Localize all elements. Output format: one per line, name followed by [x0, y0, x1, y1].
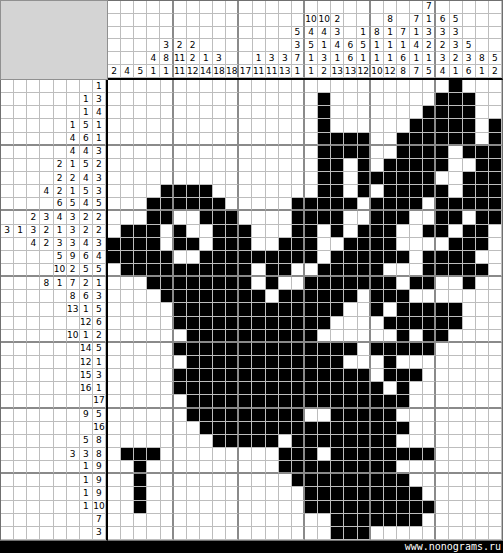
grid-cell-empty[interactable]: [344, 330, 357, 343]
grid-cell-empty[interactable]: [121, 185, 134, 198]
grid-cell-empty[interactable]: [252, 119, 265, 132]
grid-cell-empty[interactable]: [252, 225, 265, 238]
grid-cell-filled[interactable]: [147, 448, 160, 461]
grid-cell-empty[interactable]: [384, 133, 397, 146]
grid-cell-empty[interactable]: [410, 461, 423, 474]
grid-cell-empty[interactable]: [358, 80, 371, 93]
grid-cell-empty[interactable]: [292, 514, 305, 527]
grid-cell-empty[interactable]: [463, 356, 476, 369]
grid-cell-empty[interactable]: [476, 80, 489, 93]
grid-cell-empty[interactable]: [384, 527, 397, 540]
grid-cell-empty[interactable]: [200, 93, 213, 106]
grid-cell-empty[interactable]: [174, 395, 187, 408]
grid-cell-filled[interactable]: [213, 198, 226, 211]
grid-cell-filled[interactable]: [279, 395, 292, 408]
grid-cell-empty[interactable]: [174, 211, 187, 224]
grid-cell-empty[interactable]: [358, 211, 371, 224]
grid-cell-filled[interactable]: [489, 146, 502, 159]
grid-cell-empty[interactable]: [161, 395, 174, 408]
grid-cell-empty[interactable]: [213, 106, 226, 119]
grid-cell-filled[interactable]: [344, 133, 357, 146]
grid-cell-empty[interactable]: [108, 369, 121, 382]
grid-cell-filled[interactable]: [410, 159, 423, 172]
grid-cell-empty[interactable]: [371, 369, 384, 382]
grid-cell-empty[interactable]: [279, 211, 292, 224]
grid-cell-empty[interactable]: [226, 487, 239, 500]
grid-cell-empty[interactable]: [108, 303, 121, 316]
grid-cell-empty[interactable]: [318, 251, 331, 264]
grid-cell-empty[interactable]: [436, 487, 449, 500]
grid-cell-filled[interactable]: [239, 225, 252, 238]
grid-cell-filled[interactable]: [371, 172, 384, 185]
grid-cell-empty[interactable]: [134, 317, 147, 330]
grid-cell-empty[interactable]: [449, 527, 462, 540]
grid-cell-empty[interactable]: [331, 317, 344, 330]
grid-cell-empty[interactable]: [489, 461, 502, 474]
grid-cell-empty[interactable]: [121, 330, 134, 343]
grid-cell-empty[interactable]: [476, 290, 489, 303]
grid-cell-empty[interactable]: [292, 106, 305, 119]
grid-cell-filled[interactable]: [384, 211, 397, 224]
grid-cell-empty[interactable]: [187, 448, 200, 461]
grid-cell-filled[interactable]: [134, 487, 147, 500]
grid-cell-filled[interactable]: [358, 172, 371, 185]
grid-cell-filled[interactable]: [226, 330, 239, 343]
grid-cell-filled[interactable]: [463, 238, 476, 251]
grid-cell-empty[interactable]: [252, 198, 265, 211]
grid-cell-filled[interactable]: [463, 106, 476, 119]
grid-cell-filled[interactable]: [449, 238, 462, 251]
grid-cell-empty[interactable]: [226, 93, 239, 106]
grid-cell-filled[interactable]: [292, 198, 305, 211]
grid-cell-filled[interactable]: [397, 185, 410, 198]
grid-cell-empty[interactable]: [318, 330, 331, 343]
grid-cell-empty[interactable]: [397, 225, 410, 238]
grid-cell-filled[interactable]: [423, 264, 436, 277]
grid-cell-empty[interactable]: [161, 369, 174, 382]
grid-cell-empty[interactable]: [463, 80, 476, 93]
grid-cell-filled[interactable]: [226, 225, 239, 238]
grid-cell-filled[interactable]: [174, 185, 187, 198]
grid-cell-empty[interactable]: [134, 303, 147, 316]
grid-cell-empty[interactable]: [279, 514, 292, 527]
grid-cell-filled[interactable]: [397, 395, 410, 408]
grid-cell-empty[interactable]: [121, 461, 134, 474]
grid-cell-empty[interactable]: [213, 448, 226, 461]
grid-cell-filled[interactable]: [423, 501, 436, 514]
grid-cell-empty[interactable]: [489, 93, 502, 106]
grid-cell-filled[interactable]: [292, 290, 305, 303]
grid-cell-filled[interactable]: [384, 435, 397, 448]
grid-cell-empty[interactable]: [279, 435, 292, 448]
grid-cell-empty[interactable]: [108, 225, 121, 238]
grid-cell-empty[interactable]: [371, 330, 384, 343]
grid-cell-empty[interactable]: [266, 461, 279, 474]
grid-cell-empty[interactable]: [161, 356, 174, 369]
grid-cell-empty[interactable]: [358, 343, 371, 356]
grid-cell-filled[interactable]: [384, 422, 397, 435]
grid-cell-empty[interactable]: [318, 514, 331, 527]
grid-cell-empty[interactable]: [489, 225, 502, 238]
grid-cell-empty[interactable]: [476, 277, 489, 290]
grid-cell-empty[interactable]: [305, 409, 318, 422]
grid-cell-filled[interactable]: [358, 527, 371, 540]
grid-cell-filled[interactable]: [318, 303, 331, 316]
grid-cell-empty[interactable]: [371, 527, 384, 540]
grid-cell-empty[interactable]: [134, 185, 147, 198]
grid-cell-filled[interactable]: [134, 225, 147, 238]
grid-cell-empty[interactable]: [108, 159, 121, 172]
grid-cell-empty[interactable]: [147, 119, 160, 132]
watermark-link[interactable]: www.nonograms.ru: [405, 542, 503, 552]
grid-cell-filled[interactable]: [187, 264, 200, 277]
grid-cell-filled[interactable]: [371, 251, 384, 264]
grid-cell-filled[interactable]: [279, 369, 292, 382]
grid-cell-filled[interactable]: [397, 369, 410, 382]
grid-cell-empty[interactable]: [423, 435, 436, 448]
grid-cell-filled[interactable]: [331, 409, 344, 422]
grid-cell-empty[interactable]: [147, 487, 160, 500]
grid-cell-filled[interactable]: [318, 159, 331, 172]
grid-cell-filled[interactable]: [292, 474, 305, 487]
grid-cell-empty[interactable]: [266, 211, 279, 224]
grid-cell-filled[interactable]: [213, 251, 226, 264]
grid-cell-empty[interactable]: [187, 487, 200, 500]
grid-cell-filled[interactable]: [213, 356, 226, 369]
grid-cell-filled[interactable]: [410, 185, 423, 198]
grid-cell-empty[interactable]: [239, 211, 252, 224]
grid-cell-filled[interactable]: [239, 382, 252, 395]
grid-cell-empty[interactable]: [410, 251, 423, 264]
grid-cell-empty[interactable]: [449, 159, 462, 172]
grid-cell-empty[interactable]: [239, 448, 252, 461]
grid-cell-filled[interactable]: [200, 317, 213, 330]
grid-cell-filled[interactable]: [476, 172, 489, 185]
grid-cell-empty[interactable]: [410, 474, 423, 487]
grid-cell-empty[interactable]: [476, 133, 489, 146]
grid-cell-empty[interactable]: [476, 422, 489, 435]
grid-cell-filled[interactable]: [200, 422, 213, 435]
grid-cell-empty[interactable]: [200, 80, 213, 93]
grid-cell-filled[interactable]: [279, 251, 292, 264]
grid-cell-empty[interactable]: [108, 290, 121, 303]
grid-cell-empty[interactable]: [344, 159, 357, 172]
grid-cell-empty[interactable]: [174, 501, 187, 514]
grid-cell-empty[interactable]: [187, 461, 200, 474]
grid-cell-empty[interactable]: [252, 461, 265, 474]
grid-cell-empty[interactable]: [371, 159, 384, 172]
grid-cell-empty[interactable]: [423, 369, 436, 382]
grid-cell-filled[interactable]: [436, 185, 449, 198]
grid-cell-filled[interactable]: [147, 225, 160, 238]
grid-cell-filled[interactable]: [292, 238, 305, 251]
grid-cell-empty[interactable]: [423, 290, 436, 303]
grid-cell-filled[interactable]: [358, 133, 371, 146]
grid-cell-empty[interactable]: [436, 514, 449, 527]
grid-cell-filled[interactable]: [436, 119, 449, 132]
grid-cell-empty[interactable]: [489, 487, 502, 500]
grid-cell-empty[interactable]: [121, 80, 134, 93]
grid-cell-filled[interactable]: [305, 343, 318, 356]
grid-cell-empty[interactable]: [279, 119, 292, 132]
grid-cell-filled[interactable]: [213, 277, 226, 290]
grid-cell-empty[interactable]: [174, 146, 187, 159]
grid-cell-empty[interactable]: [134, 422, 147, 435]
grid-cell-filled[interactable]: [213, 290, 226, 303]
grid-cell-empty[interactable]: [200, 474, 213, 487]
grid-cell-empty[interactable]: [436, 422, 449, 435]
grid-cell-filled[interactable]: [436, 146, 449, 159]
grid-cell-empty[interactable]: [384, 303, 397, 316]
grid-cell-empty[interactable]: [279, 172, 292, 185]
grid-cell-empty[interactable]: [489, 343, 502, 356]
grid-cell-filled[interactable]: [252, 343, 265, 356]
grid-cell-filled[interactable]: [226, 369, 239, 382]
grid-cell-empty[interactable]: [449, 409, 462, 422]
grid-cell-empty[interactable]: [161, 172, 174, 185]
grid-cell-empty[interactable]: [252, 277, 265, 290]
grid-cell-empty[interactable]: [266, 487, 279, 500]
grid-cell-filled[interactable]: [239, 409, 252, 422]
grid-cell-empty[interactable]: [213, 119, 226, 132]
grid-cell-filled[interactable]: [344, 409, 357, 422]
grid-cell-empty[interactable]: [449, 225, 462, 238]
grid-cell-empty[interactable]: [436, 527, 449, 540]
grid-cell-empty[interactable]: [147, 461, 160, 474]
grid-cell-empty[interactable]: [489, 527, 502, 540]
grid-cell-filled[interactable]: [331, 395, 344, 408]
grid-cell-empty[interactable]: [134, 356, 147, 369]
grid-cell-filled[interactable]: [397, 317, 410, 330]
grid-cell-filled[interactable]: [331, 356, 344, 369]
grid-cell-empty[interactable]: [174, 356, 187, 369]
grid-cell-empty[interactable]: [121, 317, 134, 330]
grid-cell-empty[interactable]: [266, 198, 279, 211]
grid-cell-empty[interactable]: [121, 527, 134, 540]
grid-cell-filled[interactable]: [292, 356, 305, 369]
grid-cell-empty[interactable]: [476, 514, 489, 527]
grid-cell-empty[interactable]: [121, 474, 134, 487]
grid-cell-filled[interactable]: [358, 146, 371, 159]
grid-cell-filled[interactable]: [147, 198, 160, 211]
grid-cell-filled[interactable]: [371, 395, 384, 408]
grid-cell-filled[interactable]: [318, 185, 331, 198]
grid-cell-filled[interactable]: [449, 251, 462, 264]
grid-cell-empty[interactable]: [476, 106, 489, 119]
grid-cell-empty[interactable]: [292, 172, 305, 185]
grid-cell-filled[interactable]: [252, 290, 265, 303]
grid-cell-filled[interactable]: [292, 343, 305, 356]
grid-cell-empty[interactable]: [147, 133, 160, 146]
grid-cell-filled[interactable]: [226, 435, 239, 448]
grid-cell-empty[interactable]: [200, 238, 213, 251]
grid-cell-empty[interactable]: [489, 317, 502, 330]
grid-cell-empty[interactable]: [476, 527, 489, 540]
grid-cell-empty[interactable]: [226, 448, 239, 461]
grid-cell-empty[interactable]: [279, 146, 292, 159]
grid-cell-filled[interactable]: [239, 238, 252, 251]
grid-cell-filled[interactable]: [318, 198, 331, 211]
grid-cell-empty[interactable]: [187, 80, 200, 93]
grid-cell-filled[interactable]: [410, 303, 423, 316]
grid-cell-filled[interactable]: [371, 225, 384, 238]
grid-cell-filled[interactable]: [292, 422, 305, 435]
grid-cell-filled[interactable]: [331, 343, 344, 356]
grid-cell-filled[interactable]: [423, 343, 436, 356]
grid-cell-filled[interactable]: [436, 211, 449, 224]
grid-cell-filled[interactable]: [318, 133, 331, 146]
grid-cell-empty[interactable]: [292, 501, 305, 514]
grid-cell-filled[interactable]: [239, 356, 252, 369]
grid-cell-empty[interactable]: [121, 198, 134, 211]
grid-cell-empty[interactable]: [174, 409, 187, 422]
grid-cell-filled[interactable]: [384, 409, 397, 422]
grid-cell-empty[interactable]: [292, 487, 305, 500]
grid-cell-empty[interactable]: [476, 501, 489, 514]
grid-cell-empty[interactable]: [187, 501, 200, 514]
grid-cell-filled[interactable]: [252, 251, 265, 264]
grid-cell-filled[interactable]: [318, 264, 331, 277]
grid-cell-filled[interactable]: [252, 395, 265, 408]
grid-cell-empty[interactable]: [174, 435, 187, 448]
grid-cell-empty[interactable]: [200, 435, 213, 448]
grid-cell-empty[interactable]: [489, 356, 502, 369]
grid-cell-filled[interactable]: [213, 382, 226, 395]
grid-cell-filled[interactable]: [410, 448, 423, 461]
grid-cell-empty[interactable]: [292, 146, 305, 159]
grid-cell-filled[interactable]: [358, 409, 371, 422]
grid-cell-empty[interactable]: [252, 514, 265, 527]
grid-cell-filled[interactable]: [463, 119, 476, 132]
grid-cell-empty[interactable]: [318, 448, 331, 461]
grid-cell-empty[interactable]: [344, 93, 357, 106]
grid-cell-empty[interactable]: [161, 501, 174, 514]
grid-cell-empty[interactable]: [187, 251, 200, 264]
grid-cell-empty[interactable]: [476, 330, 489, 343]
grid-cell-empty[interactable]: [489, 514, 502, 527]
grid-cell-empty[interactable]: [161, 422, 174, 435]
grid-cell-empty[interactable]: [423, 356, 436, 369]
grid-cell-filled[interactable]: [279, 303, 292, 316]
grid-cell-empty[interactable]: [331, 238, 344, 251]
grid-cell-filled[interactable]: [200, 211, 213, 224]
grid-cell-filled[interactable]: [239, 264, 252, 277]
grid-cell-filled[interactable]: [331, 527, 344, 540]
grid-cell-empty[interactable]: [187, 93, 200, 106]
grid-cell-filled[interactable]: [331, 474, 344, 487]
grid-cell-empty[interactable]: [463, 422, 476, 435]
grid-cell-filled[interactable]: [384, 461, 397, 474]
grid-cell-filled[interactable]: [371, 514, 384, 527]
grid-cell-filled[interactable]: [423, 133, 436, 146]
grid-cell-empty[interactable]: [449, 369, 462, 382]
grid-cell-empty[interactable]: [147, 422, 160, 435]
grid-cell-empty[interactable]: [108, 277, 121, 290]
grid-cell-empty[interactable]: [108, 264, 121, 277]
grid-cell-empty[interactable]: [161, 382, 174, 395]
grid-cell-empty[interactable]: [279, 225, 292, 238]
grid-cell-empty[interactable]: [239, 93, 252, 106]
grid-cell-empty[interactable]: [436, 369, 449, 382]
grid-cell-empty[interactable]: [476, 369, 489, 382]
grid-cell-empty[interactable]: [161, 317, 174, 330]
grid-cell-empty[interactable]: [174, 487, 187, 500]
grid-cell-empty[interactable]: [358, 317, 371, 330]
grid-cell-empty[interactable]: [187, 211, 200, 224]
grid-cell-filled[interactable]: [305, 251, 318, 264]
grid-cell-filled[interactable]: [463, 277, 476, 290]
grid-cell-empty[interactable]: [226, 146, 239, 159]
grid-cell-empty[interactable]: [463, 487, 476, 500]
grid-cell-empty[interactable]: [371, 185, 384, 198]
grid-cell-filled[interactable]: [147, 264, 160, 277]
grid-cell-empty[interactable]: [449, 487, 462, 500]
grid-cell-filled[interactable]: [449, 211, 462, 224]
grid-cell-filled[interactable]: [384, 395, 397, 408]
grid-cell-filled[interactable]: [397, 303, 410, 316]
grid-cell-empty[interactable]: [134, 435, 147, 448]
grid-cell-filled[interactable]: [436, 330, 449, 343]
grid-cell-filled[interactable]: [213, 435, 226, 448]
grid-cell-filled[interactable]: [476, 238, 489, 251]
grid-cell-empty[interactable]: [147, 435, 160, 448]
grid-cell-filled[interactable]: [252, 435, 265, 448]
grid-cell-filled[interactable]: [449, 264, 462, 277]
grid-cell-empty[interactable]: [358, 106, 371, 119]
grid-cell-empty[interactable]: [371, 80, 384, 93]
grid-cell-empty[interactable]: [226, 474, 239, 487]
grid-cell-filled[interactable]: [410, 317, 423, 330]
grid-cell-empty[interactable]: [108, 356, 121, 369]
grid-cell-empty[interactable]: [449, 330, 462, 343]
grid-cell-empty[interactable]: [200, 487, 213, 500]
grid-cell-empty[interactable]: [252, 185, 265, 198]
grid-cell-empty[interactable]: [292, 264, 305, 277]
grid-cell-empty[interactable]: [252, 211, 265, 224]
grid-cell-filled[interactable]: [213, 395, 226, 408]
grid-cell-empty[interactable]: [121, 172, 134, 185]
grid-cell-empty[interactable]: [147, 474, 160, 487]
grid-cell-filled[interactable]: [423, 251, 436, 264]
grid-cell-filled[interactable]: [358, 369, 371, 382]
grid-cell-filled[interactable]: [397, 172, 410, 185]
grid-cell-filled[interactable]: [331, 448, 344, 461]
grid-cell-filled[interactable]: [397, 211, 410, 224]
grid-cell-empty[interactable]: [410, 422, 423, 435]
grid-cell-filled[interactable]: [318, 395, 331, 408]
grid-cell-empty[interactable]: [305, 133, 318, 146]
grid-cell-filled[interactable]: [436, 317, 449, 330]
grid-cell-filled[interactable]: [397, 133, 410, 146]
grid-cell-filled[interactable]: [449, 80, 462, 93]
grid-cell-empty[interactable]: [266, 238, 279, 251]
grid-cell-empty[interactable]: [305, 119, 318, 132]
grid-cell-filled[interactable]: [226, 251, 239, 264]
grid-cell-empty[interactable]: [108, 382, 121, 395]
grid-cell-empty[interactable]: [252, 93, 265, 106]
grid-cell-empty[interactable]: [161, 159, 174, 172]
grid-cell-filled[interactable]: [384, 369, 397, 382]
grid-cell-empty[interactable]: [187, 527, 200, 540]
grid-cell-filled[interactable]: [384, 238, 397, 251]
grid-cell-empty[interactable]: [108, 172, 121, 185]
grid-cell-empty[interactable]: [489, 264, 502, 277]
grid-cell-empty[interactable]: [134, 172, 147, 185]
grid-cell-filled[interactable]: [489, 119, 502, 132]
grid-cell-empty[interactable]: [410, 106, 423, 119]
grid-cell-filled[interactable]: [423, 119, 436, 132]
grid-cell-empty[interactable]: [423, 198, 436, 211]
